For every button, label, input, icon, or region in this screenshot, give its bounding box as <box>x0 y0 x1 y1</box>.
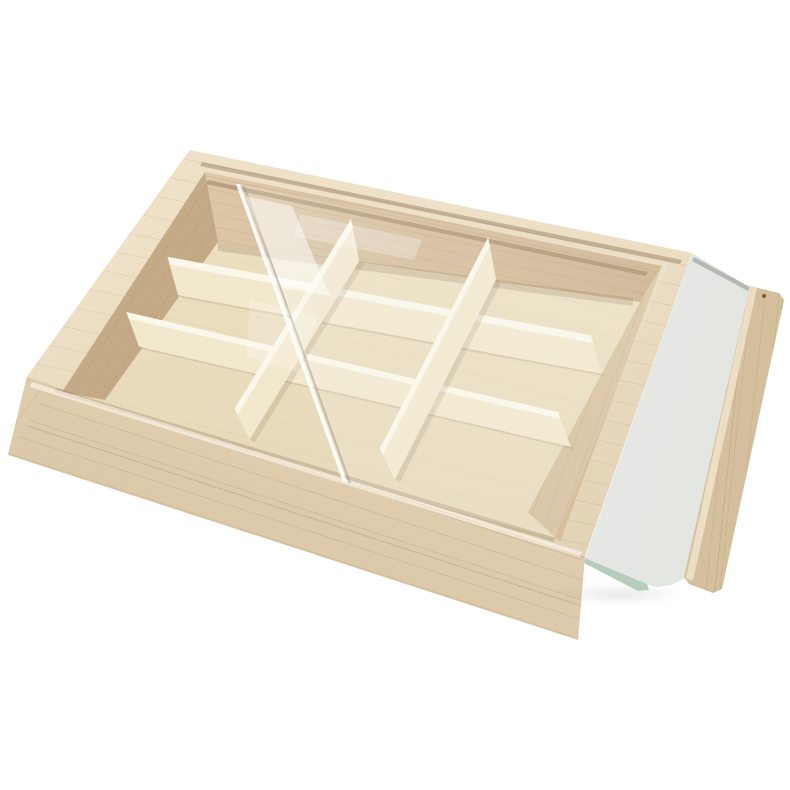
rail-knot <box>762 294 766 298</box>
product-photo-stage <box>0 0 790 790</box>
glass-corner-shadow <box>555 584 685 604</box>
